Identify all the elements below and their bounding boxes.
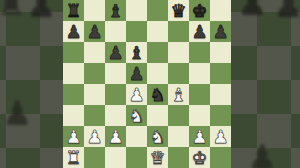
square-h8[interactable] bbox=[210, 0, 231, 21]
piece-white-pawn[interactable]: ♟ bbox=[212, 126, 228, 147]
square-b2[interactable]: ♟ bbox=[84, 126, 105, 147]
square-d5[interactable]: ♟ bbox=[126, 63, 147, 84]
piece-white-pawn[interactable]: ♟ bbox=[107, 126, 123, 147]
square-d2[interactable] bbox=[126, 126, 147, 147]
square-a3[interactable] bbox=[63, 105, 84, 126]
square-a4[interactable] bbox=[63, 84, 84, 105]
square-c4[interactable] bbox=[105, 84, 126, 105]
piece-black-bishop[interactable]: ♝ bbox=[128, 42, 144, 63]
chess-video-frame: ♜♟♟ ♟♟♟ ♜♝♛♚♟♟♟♟♟♝♟♟♞♝♞♟♟♟♞♟♟♜♛♚ bbox=[0, 0, 300, 168]
square-a2[interactable]: ♟ bbox=[63, 126, 84, 147]
square-c2[interactable]: ♟ bbox=[105, 126, 126, 147]
square-e2[interactable]: ♞ bbox=[147, 126, 168, 147]
square-f4[interactable]: ♝ bbox=[168, 84, 189, 105]
square-h3[interactable] bbox=[210, 105, 231, 126]
square-h2[interactable]: ♟ bbox=[210, 126, 231, 147]
square-b1[interactable] bbox=[84, 147, 105, 168]
piece-black-pawn[interactable]: ♟ bbox=[212, 21, 228, 42]
square-h6[interactable] bbox=[210, 42, 231, 63]
piece-black-pawn[interactable]: ♟ bbox=[191, 21, 207, 42]
square-h5[interactable] bbox=[210, 63, 231, 84]
piece-white-rook[interactable]: ♜ bbox=[65, 147, 81, 168]
piece-white-pawn[interactable]: ♟ bbox=[191, 126, 207, 147]
square-c1[interactable] bbox=[105, 147, 126, 168]
square-b5[interactable] bbox=[84, 63, 105, 84]
square-d4[interactable]: ♟ bbox=[126, 84, 147, 105]
square-e5[interactable] bbox=[147, 63, 168, 84]
square-b7[interactable]: ♟ bbox=[84, 21, 105, 42]
square-g8[interactable]: ♚ bbox=[189, 0, 210, 21]
square-b3[interactable] bbox=[84, 105, 105, 126]
piece-black-pawn[interactable]: ♟ bbox=[86, 21, 102, 42]
square-g7[interactable]: ♟ bbox=[189, 21, 210, 42]
square-e6[interactable] bbox=[147, 42, 168, 63]
blurred-piece-icon: ♟ bbox=[237, 0, 267, 20]
blurred-background-left: ♜♟♟ bbox=[0, 0, 63, 168]
square-f2[interactable] bbox=[168, 126, 189, 147]
square-e7[interactable] bbox=[147, 21, 168, 42]
blurred-piece-icon: ♟ bbox=[273, 0, 300, 22]
piece-black-pawn[interactable]: ♟ bbox=[65, 21, 81, 42]
square-f5[interactable] bbox=[168, 63, 189, 84]
blurred-background-right: ♟♟♟ bbox=[231, 0, 300, 168]
chess-board: ♜♝♛♚♟♟♟♟♟♝♟♟♞♝♞♟♟♟♞♟♟♜♛♚ bbox=[63, 0, 231, 168]
piece-white-pawn[interactable]: ♟ bbox=[65, 126, 81, 147]
square-a5[interactable] bbox=[63, 63, 84, 84]
blurred-piece-icon: ♟ bbox=[2, 96, 32, 130]
piece-white-knight[interactable]: ♞ bbox=[128, 105, 144, 126]
square-g5[interactable] bbox=[189, 63, 210, 84]
square-h4[interactable] bbox=[210, 84, 231, 105]
square-c3[interactable] bbox=[105, 105, 126, 126]
piece-white-pawn[interactable]: ♟ bbox=[86, 126, 102, 147]
piece-white-knight[interactable]: ♞ bbox=[149, 126, 165, 147]
square-g2[interactable]: ♟ bbox=[189, 126, 210, 147]
square-h1[interactable] bbox=[210, 147, 231, 168]
square-b6[interactable] bbox=[84, 42, 105, 63]
square-b8[interactable] bbox=[84, 0, 105, 21]
piece-white-pawn[interactable]: ♟ bbox=[128, 84, 144, 105]
piece-black-knight[interactable]: ♞ bbox=[149, 84, 165, 105]
blurred-piece-icon: ♜ bbox=[0, 0, 26, 20]
square-c5[interactable] bbox=[105, 63, 126, 84]
square-d8[interactable] bbox=[126, 0, 147, 21]
square-e4[interactable]: ♞ bbox=[147, 84, 168, 105]
piece-black-queen[interactable]: ♛ bbox=[170, 0, 186, 21]
piece-white-king[interactable]: ♚ bbox=[191, 147, 207, 168]
square-g3[interactable] bbox=[189, 105, 210, 126]
piece-black-bishop[interactable]: ♝ bbox=[107, 0, 123, 21]
piece-black-king[interactable]: ♚ bbox=[191, 0, 207, 21]
square-a6[interactable] bbox=[63, 42, 84, 63]
square-g1[interactable]: ♚ bbox=[189, 147, 210, 168]
square-f3[interactable] bbox=[168, 105, 189, 126]
piece-black-pawn[interactable]: ♟ bbox=[107, 42, 123, 63]
square-g6[interactable] bbox=[189, 42, 210, 63]
square-e8[interactable] bbox=[147, 0, 168, 21]
square-f7[interactable] bbox=[168, 21, 189, 42]
square-e1[interactable]: ♛ bbox=[147, 147, 168, 168]
square-b4[interactable] bbox=[84, 84, 105, 105]
piece-white-bishop[interactable]: ♝ bbox=[170, 84, 186, 105]
square-f8[interactable]: ♛ bbox=[168, 0, 189, 21]
piece-black-pawn[interactable]: ♟ bbox=[128, 63, 144, 84]
square-f1[interactable] bbox=[168, 147, 189, 168]
square-f6[interactable] bbox=[168, 42, 189, 63]
blurred-piece-icon: ♟ bbox=[247, 140, 277, 168]
square-e3[interactable] bbox=[147, 105, 168, 126]
square-h7[interactable]: ♟ bbox=[210, 21, 231, 42]
square-d6[interactable]: ♝ bbox=[126, 42, 147, 63]
square-c7[interactable] bbox=[105, 21, 126, 42]
piece-black-rook[interactable]: ♜ bbox=[65, 0, 81, 21]
square-d3[interactable]: ♞ bbox=[126, 105, 147, 126]
square-d7[interactable] bbox=[126, 21, 147, 42]
square-c6[interactable]: ♟ bbox=[105, 42, 126, 63]
piece-white-queen[interactable]: ♛ bbox=[149, 147, 165, 168]
square-a8[interactable]: ♜ bbox=[63, 0, 84, 21]
square-g4[interactable] bbox=[189, 84, 210, 105]
square-a7[interactable]: ♟ bbox=[63, 21, 84, 42]
square-a1[interactable]: ♜ bbox=[63, 147, 84, 168]
blurred-piece-icon: ♟ bbox=[26, 0, 56, 22]
square-d1[interactable] bbox=[126, 147, 147, 168]
square-c8[interactable]: ♝ bbox=[105, 0, 126, 21]
